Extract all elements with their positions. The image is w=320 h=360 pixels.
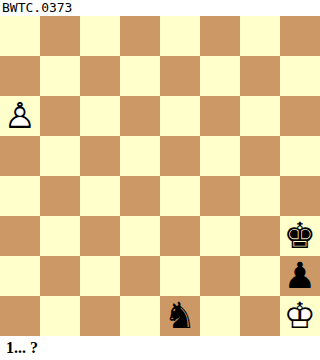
- square-d6[interactable]: [120, 96, 160, 136]
- square-h5[interactable]: [280, 136, 320, 176]
- square-c5[interactable]: [80, 136, 120, 176]
- square-e5[interactable]: [160, 136, 200, 176]
- square-e2[interactable]: [160, 256, 200, 296]
- square-g5[interactable]: [240, 136, 280, 176]
- square-c2[interactable]: [80, 256, 120, 296]
- square-f1[interactable]: [200, 296, 240, 336]
- square-d8[interactable]: [120, 16, 160, 56]
- square-g7[interactable]: [240, 56, 280, 96]
- square-d5[interactable]: [120, 136, 160, 176]
- square-b4[interactable]: [40, 176, 80, 216]
- square-e7[interactable]: [160, 56, 200, 96]
- square-c6[interactable]: [80, 96, 120, 136]
- square-c7[interactable]: [80, 56, 120, 96]
- square-h1[interactable]: ♚♔: [280, 296, 320, 336]
- square-a7[interactable]: [0, 56, 40, 96]
- square-d1[interactable]: [120, 296, 160, 336]
- square-e3[interactable]: [160, 216, 200, 256]
- square-h2[interactable]: ♟: [280, 256, 320, 296]
- square-h4[interactable]: [280, 176, 320, 216]
- square-b8[interactable]: [40, 16, 80, 56]
- black-knight: ♞: [160, 296, 200, 336]
- square-g8[interactable]: [240, 16, 280, 56]
- square-d4[interactable]: [120, 176, 160, 216]
- square-a5[interactable]: [0, 136, 40, 176]
- black-king: ♚: [280, 216, 320, 256]
- square-d2[interactable]: [120, 256, 160, 296]
- square-f3[interactable]: [200, 216, 240, 256]
- square-d3[interactable]: [120, 216, 160, 256]
- square-f5[interactable]: [200, 136, 240, 176]
- square-c8[interactable]: [80, 16, 120, 56]
- square-c3[interactable]: [80, 216, 120, 256]
- square-b2[interactable]: [40, 256, 80, 296]
- square-a4[interactable]: [0, 176, 40, 216]
- square-e1[interactable]: ♞: [160, 296, 200, 336]
- black-pawn: ♟: [280, 256, 320, 296]
- puzzle-id: BWTC.0373: [2, 1, 72, 15]
- square-b3[interactable]: [40, 216, 80, 256]
- chess-board: ♟♙♚♟♞♚♔: [0, 16, 320, 336]
- square-h7[interactable]: [280, 56, 320, 96]
- square-b5[interactable]: [40, 136, 80, 176]
- square-c1[interactable]: [80, 296, 120, 336]
- square-d7[interactable]: [120, 56, 160, 96]
- square-f8[interactable]: [200, 16, 240, 56]
- square-f4[interactable]: [200, 176, 240, 216]
- square-b1[interactable]: [40, 296, 80, 336]
- square-e4[interactable]: [160, 176, 200, 216]
- square-c4[interactable]: [80, 176, 120, 216]
- white-king: ♔: [280, 296, 320, 336]
- square-a2[interactable]: [0, 256, 40, 296]
- square-b7[interactable]: [40, 56, 80, 96]
- chess-puzzle-window: BWTC.0373 ♟♙♚♟♞♚♔ 1... ?: [0, 0, 320, 360]
- square-g6[interactable]: [240, 96, 280, 136]
- square-f6[interactable]: [200, 96, 240, 136]
- square-b6[interactable]: [40, 96, 80, 136]
- square-f2[interactable]: [200, 256, 240, 296]
- square-g4[interactable]: [240, 176, 280, 216]
- square-a6[interactable]: ♟♙: [0, 96, 40, 136]
- white-pawn: ♙: [0, 96, 40, 136]
- square-h6[interactable]: [280, 96, 320, 136]
- square-h3[interactable]: ♚: [280, 216, 320, 256]
- square-a8[interactable]: [0, 16, 40, 56]
- square-e6[interactable]: [160, 96, 200, 136]
- square-a1[interactable]: [0, 296, 40, 336]
- move-prompt: 1... ?: [6, 339, 38, 357]
- square-f7[interactable]: [200, 56, 240, 96]
- square-e8[interactable]: [160, 16, 200, 56]
- square-g2[interactable]: [240, 256, 280, 296]
- square-h8[interactable]: [280, 16, 320, 56]
- square-a3[interactable]: [0, 216, 40, 256]
- square-g3[interactable]: [240, 216, 280, 256]
- square-g1[interactable]: [240, 296, 280, 336]
